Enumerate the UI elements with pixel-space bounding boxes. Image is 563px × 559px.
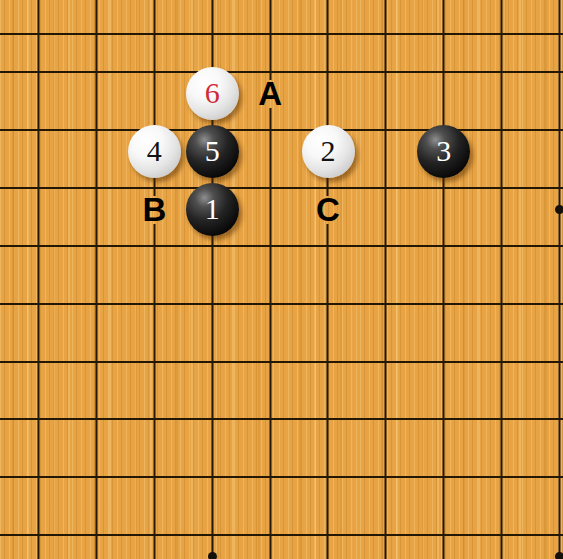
stone-black-3-H17[interactable]: 3 — [417, 125, 470, 178]
move-number: 1 — [205, 194, 220, 224]
stone-white-4-C17[interactable]: 4 — [128, 125, 181, 178]
point-label-A[interactable]: A — [253, 80, 287, 108]
move-number: 4 — [147, 136, 162, 166]
stone-white-2-F17[interactable]: 2 — [302, 125, 355, 178]
point-label-B[interactable]: B — [137, 196, 171, 224]
stone-white-6-D18[interactable]: 6 — [186, 67, 239, 120]
stone-black-1-D16[interactable]: 1 — [186, 183, 239, 236]
point-label-C[interactable]: C — [311, 196, 345, 224]
move-number: 5 — [205, 136, 220, 166]
go-diagram: { "game": "go", "board": { "size": 19, "… — [0, 0, 563, 559]
move-number: 6 — [205, 78, 220, 108]
star-point-D10 — [208, 552, 217, 559]
stone-black-5-D17[interactable]: 5 — [186, 125, 239, 178]
move-number: 2 — [321, 136, 336, 166]
star-point-K16 — [555, 205, 563, 214]
move-number: 3 — [436, 136, 451, 166]
star-point-K10 — [555, 552, 563, 559]
go-board[interactable]: ABC123456 — [0, 0, 563, 559]
